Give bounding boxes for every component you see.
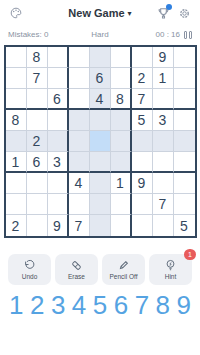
cell-r4c9[interactable] xyxy=(174,110,195,131)
numpad-7[interactable]: 7 xyxy=(135,292,149,318)
cell-r3c3[interactable]: 6 xyxy=(48,89,69,110)
cell-r6c7[interactable] xyxy=(132,152,153,173)
cell-r2c7[interactable]: 2 xyxy=(132,68,153,89)
cell-r6c2[interactable]: 6 xyxy=(27,152,48,173)
cell-r2c3[interactable] xyxy=(48,68,69,89)
pencil-icon xyxy=(117,259,130,272)
numpad-9[interactable]: 9 xyxy=(177,292,191,318)
settings-gear-icon[interactable] xyxy=(178,7,191,20)
cell-r1c4[interactable] xyxy=(69,47,90,68)
top-bar: New Game ▾ xyxy=(0,0,200,26)
cell-r5c4[interactable] xyxy=(69,131,90,152)
cell-r1c9[interactable] xyxy=(174,47,195,68)
undo-icon xyxy=(23,259,36,272)
cell-r2c8[interactable]: 1 xyxy=(153,68,174,89)
cell-r8c8[interactable]: 7 xyxy=(153,194,174,215)
cell-r5c2[interactable]: 2 xyxy=(27,131,48,152)
cell-r2c9[interactable] xyxy=(174,68,195,89)
numpad-4[interactable]: 4 xyxy=(72,292,86,318)
cell-r8c5[interactable] xyxy=(90,194,111,215)
cell-r9c3[interactable]: 9 xyxy=(48,215,69,236)
numpad-8[interactable]: 8 xyxy=(156,292,170,318)
sudoku-board: 8976216487853216341972975 xyxy=(4,45,197,238)
cell-r7c7[interactable]: 9 xyxy=(132,173,153,194)
cell-r6c6[interactable] xyxy=(111,152,132,173)
hint-button[interactable]: 1 Hint xyxy=(149,254,192,285)
notification-dot xyxy=(166,4,172,10)
toolbar: Undo Erase xyxy=(0,254,200,285)
cell-r5c3[interactable] xyxy=(48,131,69,152)
cell-r8c9[interactable] xyxy=(174,194,195,215)
lightbulb-icon xyxy=(164,259,177,272)
chevron-down-icon: ▾ xyxy=(128,9,132,18)
cell-r5c1[interactable] xyxy=(6,131,27,152)
cell-r5c6[interactable] xyxy=(111,131,132,152)
cell-r2c2[interactable]: 7 xyxy=(27,68,48,89)
cell-r3c4[interactable] xyxy=(69,89,90,110)
eraser-icon xyxy=(70,259,83,272)
numpad-1[interactable]: 1 xyxy=(9,292,23,318)
cell-r5c8[interactable] xyxy=(153,131,174,152)
cell-r8c4[interactable] xyxy=(69,194,90,215)
sudoku-app: New Game ▾ Mistakes: 0 Hard xyxy=(0,0,200,355)
cell-r5c5[interactable] xyxy=(90,131,111,152)
trophy-icon[interactable] xyxy=(156,6,171,21)
status-bar: Mistakes: 0 Hard 00 : 16 xyxy=(0,26,200,43)
numpad-5[interactable]: 5 xyxy=(93,292,107,318)
cell-r7c4[interactable]: 4 xyxy=(69,173,90,194)
cell-r3c6[interactable]: 8 xyxy=(111,89,132,110)
cell-r4c4[interactable] xyxy=(69,110,90,131)
cell-r6c1[interactable]: 1 xyxy=(6,152,27,173)
cell-r3c7[interactable]: 7 xyxy=(132,89,153,110)
cell-r3c8[interactable] xyxy=(153,89,174,110)
cell-r6c8[interactable] xyxy=(153,152,174,173)
cell-r6c4[interactable] xyxy=(69,152,90,173)
cell-r7c6[interactable]: 1 xyxy=(111,173,132,194)
cell-r6c3[interactable]: 3 xyxy=(48,152,69,173)
cell-r7c1[interactable] xyxy=(6,173,27,194)
cell-r3c1[interactable] xyxy=(6,89,27,110)
cell-r7c9[interactable] xyxy=(174,173,195,194)
cell-r3c9[interactable] xyxy=(174,89,195,110)
cell-r4c1[interactable]: 8 xyxy=(6,110,27,131)
cell-r9c2[interactable] xyxy=(27,215,48,236)
cell-r1c6[interactable] xyxy=(111,47,132,68)
cell-r2c6[interactable] xyxy=(111,68,132,89)
numpad-3[interactable]: 3 xyxy=(51,292,65,318)
cell-r4c2[interactable] xyxy=(27,110,48,131)
cell-r9c6[interactable] xyxy=(111,215,132,236)
cell-r4c5[interactable] xyxy=(90,110,111,131)
cell-r3c2[interactable] xyxy=(27,89,48,110)
cell-r2c4[interactable] xyxy=(69,68,90,89)
cell-r1c3[interactable] xyxy=(48,47,69,68)
cell-r4c8[interactable]: 3 xyxy=(153,110,174,131)
cell-r2c5[interactable]: 6 xyxy=(90,68,111,89)
cell-r1c8[interactable]: 9 xyxy=(153,47,174,68)
cell-r4c7[interactable]: 5 xyxy=(132,110,153,131)
cell-r1c1[interactable] xyxy=(6,47,27,68)
erase-button[interactable]: Erase xyxy=(55,254,98,285)
cell-r2c1[interactable] xyxy=(6,68,27,89)
cell-r8c2[interactable] xyxy=(27,194,48,215)
cell-r4c3[interactable] xyxy=(48,110,69,131)
cell-r7c8[interactable] xyxy=(153,173,174,194)
difficulty-label: Hard xyxy=(0,30,200,39)
page-title: New Game xyxy=(68,7,124,19)
numpad-6[interactable]: 6 xyxy=(114,292,128,318)
cell-r9c5[interactable] xyxy=(90,215,111,236)
numpad-2[interactable]: 2 xyxy=(30,292,44,318)
cell-r7c5[interactable] xyxy=(90,173,111,194)
cell-r8c7[interactable] xyxy=(132,194,153,215)
cell-r1c5[interactable] xyxy=(90,47,111,68)
cell-r8c6[interactable] xyxy=(111,194,132,215)
cell-r1c7[interactable] xyxy=(132,47,153,68)
cell-r5c7[interactable] xyxy=(132,131,153,152)
cell-r6c9[interactable] xyxy=(174,152,195,173)
number-pad: 1 2 3 4 5 6 7 8 9 xyxy=(0,292,200,318)
hint-badge: 1 xyxy=(184,249,196,260)
cell-r9c9[interactable]: 5 xyxy=(174,215,195,236)
cell-r9c7[interactable] xyxy=(132,215,153,236)
cell-r9c4[interactable]: 7 xyxy=(69,215,90,236)
cell-r3c5[interactable]: 4 xyxy=(90,89,111,110)
cell-r7c2[interactable] xyxy=(27,173,48,194)
cell-r8c1[interactable] xyxy=(6,194,27,215)
undo-button[interactable]: Undo xyxy=(8,254,51,285)
cell-r8c3[interactable] xyxy=(48,194,69,215)
pencil-button[interactable]: Pencil Off xyxy=(102,254,145,285)
cell-r6c5[interactable] xyxy=(90,152,111,173)
cell-r1c2[interactable]: 8 xyxy=(27,47,48,68)
cell-r5c9[interactable] xyxy=(174,131,195,152)
cell-r4c6[interactable] xyxy=(111,110,132,131)
cell-r9c1[interactable]: 2 xyxy=(6,215,27,236)
cell-r7c3[interactable] xyxy=(48,173,69,194)
cell-r9c8[interactable] xyxy=(153,215,174,236)
